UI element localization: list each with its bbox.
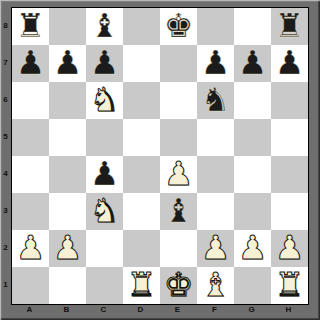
square-b7[interactable]: ♟ [49, 45, 86, 82]
square-a7[interactable]: ♟ [12, 45, 49, 82]
square-h7[interactable]: ♟ [271, 45, 308, 82]
rank-label-2: 2 [0, 229, 11, 266]
rank-label-6: 6 [0, 81, 11, 118]
square-h1[interactable]: ♜ [271, 267, 308, 304]
rank-label-5: 5 [0, 118, 11, 155]
file-label-e: e [159, 305, 196, 314]
square-g6[interactable] [234, 82, 271, 119]
square-b4[interactable] [49, 156, 86, 193]
square-g8[interactable] [234, 8, 271, 45]
square-d6[interactable] [123, 82, 160, 119]
rank-label-3: 3 [0, 192, 11, 229]
square-a5[interactable] [12, 119, 49, 156]
square-f1[interactable]: ♝ [197, 267, 234, 304]
rank-label-4: 4 [0, 155, 11, 192]
square-b8[interactable] [49, 8, 86, 45]
square-f4[interactable] [197, 156, 234, 193]
square-d8[interactable] [123, 8, 160, 45]
square-g4[interactable] [234, 156, 271, 193]
rank-label-7: 7 [0, 44, 11, 81]
square-e2[interactable] [160, 230, 197, 267]
square-a8[interactable]: ♜ [12, 8, 49, 45]
file-label-a: a [11, 305, 48, 314]
square-f8[interactable] [197, 8, 234, 45]
file-label-f: f [196, 305, 233, 314]
square-a3[interactable] [12, 193, 49, 230]
square-c3[interactable]: ♞ [86, 193, 123, 230]
file-label-d: d [122, 305, 159, 314]
square-c5[interactable] [86, 119, 123, 156]
square-e6[interactable] [160, 82, 197, 119]
square-c4[interactable]: ♟ [86, 156, 123, 193]
black-pawn-piece[interactable]: ♟ [16, 46, 46, 79]
square-b2[interactable]: ♟ [49, 230, 86, 267]
square-f7[interactable]: ♟ [197, 45, 234, 82]
square-d1[interactable]: ♜ [123, 267, 160, 304]
square-e4[interactable]: ♟ [160, 156, 197, 193]
square-b3[interactable] [49, 193, 86, 230]
square-d4[interactable] [123, 156, 160, 193]
square-e5[interactable] [160, 119, 197, 156]
square-c7[interactable]: ♟ [86, 45, 123, 82]
white-pawn-piece[interactable]: ♟ [238, 231, 268, 264]
square-d2[interactable] [123, 230, 160, 267]
square-h4[interactable] [271, 156, 308, 193]
square-a2[interactable]: ♟ [12, 230, 49, 267]
black-rook-piece[interactable]: ♜ [16, 9, 46, 42]
square-d5[interactable] [123, 119, 160, 156]
square-e8[interactable]: ♚ [160, 8, 197, 45]
square-g5[interactable] [234, 119, 271, 156]
square-h2[interactable]: ♟ [271, 230, 308, 267]
square-g2[interactable]: ♟ [234, 230, 271, 267]
square-f6[interactable]: ♞ [197, 82, 234, 119]
white-pawn-piece[interactable]: ♟ [164, 157, 194, 190]
square-c8[interactable]: ♝ [86, 8, 123, 45]
black-knight-piece[interactable]: ♞ [201, 83, 231, 116]
black-pawn-piece[interactable]: ♟ [90, 157, 120, 190]
black-king-piece[interactable]: ♚ [164, 9, 194, 42]
file-labels: abcdefgh [11, 305, 309, 314]
white-pawn-piece[interactable]: ♟ [275, 231, 305, 264]
black-pawn-piece[interactable]: ♟ [90, 46, 120, 79]
square-f3[interactable] [197, 193, 234, 230]
rank-labels: 87654321 [0, 7, 11, 303]
square-f2[interactable]: ♟ [197, 230, 234, 267]
white-pawn-piece[interactable]: ♟ [16, 231, 46, 264]
square-a6[interactable] [12, 82, 49, 119]
square-e3[interactable]: ♝ [160, 193, 197, 230]
square-a1[interactable] [12, 267, 49, 304]
chess-board-frame: ♜♝♚♜♟♟♟♟♟♟♞♞♟♟♞♝♟♟♟♟♟♜♚♝♜ 87654321 abcde… [0, 0, 320, 320]
black-bishop-piece[interactable]: ♝ [164, 194, 194, 227]
file-label-h: h [270, 305, 307, 314]
chess-board: ♜♝♚♜♟♟♟♟♟♟♞♞♟♟♞♝♟♟♟♟♟♜♚♝♜ [11, 7, 309, 305]
square-h6[interactable] [271, 82, 308, 119]
square-a4[interactable] [12, 156, 49, 193]
square-e1[interactable]: ♚ [160, 267, 197, 304]
square-b6[interactable] [49, 82, 86, 119]
square-c1[interactable] [86, 267, 123, 304]
square-h5[interactable] [271, 119, 308, 156]
white-bishop-piece[interactable]: ♝ [201, 268, 231, 301]
black-pawn-piece[interactable]: ♟ [53, 46, 83, 79]
square-h3[interactable] [271, 193, 308, 230]
square-g7[interactable]: ♟ [234, 45, 271, 82]
square-h8[interactable]: ♜ [271, 8, 308, 45]
black-pawn-piece[interactable]: ♟ [201, 46, 231, 79]
white-knight-piece[interactable]: ♞ [90, 194, 120, 227]
square-e7[interactable] [160, 45, 197, 82]
square-c2[interactable] [86, 230, 123, 267]
white-rook-piece[interactable]: ♜ [275, 268, 305, 301]
square-d7[interactable] [123, 45, 160, 82]
white-pawn-piece[interactable]: ♟ [201, 231, 231, 264]
black-pawn-piece[interactable]: ♟ [238, 46, 268, 79]
rank-label-8: 8 [0, 7, 11, 44]
file-label-g: g [233, 305, 270, 314]
file-label-c: c [85, 305, 122, 314]
square-f5[interactable] [197, 119, 234, 156]
black-pawn-piece[interactable]: ♟ [275, 46, 305, 79]
square-d3[interactable] [123, 193, 160, 230]
white-king-piece[interactable]: ♚ [164, 268, 194, 301]
square-g1[interactable] [234, 267, 271, 304]
black-bishop-piece[interactable]: ♝ [90, 9, 120, 42]
white-rook-piece[interactable]: ♜ [127, 268, 157, 301]
black-rook-piece[interactable]: ♜ [275, 9, 305, 42]
rank-label-1: 1 [0, 266, 11, 303]
square-b5[interactable] [49, 119, 86, 156]
square-b1[interactable] [49, 267, 86, 304]
square-g3[interactable] [234, 193, 271, 230]
white-pawn-piece[interactable]: ♟ [53, 231, 83, 264]
white-knight-piece[interactable]: ♞ [90, 83, 120, 116]
square-c6[interactable]: ♞ [86, 82, 123, 119]
file-label-b: b [48, 305, 85, 314]
